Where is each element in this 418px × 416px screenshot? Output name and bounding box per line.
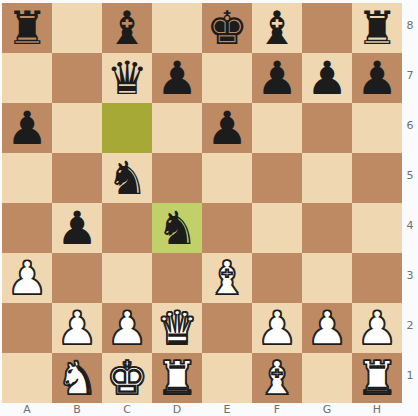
square-a3[interactable]: ♟ [2, 253, 52, 303]
black-pawn[interactable]: ♟ [352, 53, 402, 103]
square-b7[interactable] [52, 53, 102, 103]
white-queen[interactable]: ♛ [152, 303, 202, 353]
rank-label-5: 5 [402, 153, 418, 203]
square-b8[interactable] [52, 3, 102, 53]
square-b3[interactable] [52, 253, 102, 303]
white-bishop[interactable]: ♝ [202, 253, 252, 303]
rank-label-3: 3 [402, 253, 418, 303]
square-b2[interactable]: ♟ [52, 303, 102, 353]
chess-board: ♜♝♚♝♜♛♟♟♟♟♟♟♞♟♞♟♝♟♟♛♟♟♟♞♚♜♝♜ [2, 3, 402, 403]
square-b1[interactable]: ♞ [52, 353, 102, 403]
white-rook[interactable]: ♜ [352, 353, 402, 403]
square-c8[interactable]: ♝ [102, 3, 152, 53]
white-pawn[interactable]: ♟ [252, 303, 302, 353]
square-h1[interactable]: ♜ [352, 353, 402, 403]
square-g1[interactable] [302, 353, 352, 403]
square-e2[interactable] [202, 303, 252, 353]
black-pawn[interactable]: ♟ [302, 53, 352, 103]
file-label-b: B [52, 403, 102, 416]
white-bishop[interactable]: ♝ [252, 353, 302, 403]
square-d4[interactable]: ♞ [152, 203, 202, 253]
square-f5[interactable] [252, 153, 302, 203]
black-bishop[interactable]: ♝ [252, 3, 302, 53]
square-h8[interactable]: ♜ [352, 3, 402, 53]
square-a4[interactable] [2, 203, 52, 253]
square-d6[interactable] [152, 103, 202, 153]
white-pawn[interactable]: ♟ [352, 303, 402, 353]
square-g4[interactable] [302, 203, 352, 253]
rank-label-6: 6 [402, 103, 418, 153]
rank-label-7: 7 [402, 53, 418, 103]
square-e8[interactable]: ♚ [202, 3, 252, 53]
square-h5[interactable] [352, 153, 402, 203]
black-pawn[interactable]: ♟ [152, 53, 202, 103]
white-pawn[interactable]: ♟ [302, 303, 352, 353]
white-pawn[interactable]: ♟ [2, 253, 52, 303]
white-knight[interactable]: ♞ [52, 353, 102, 403]
black-bishop[interactable]: ♝ [102, 3, 152, 53]
square-a7[interactable] [2, 53, 52, 103]
square-h4[interactable] [352, 203, 402, 253]
square-d8[interactable] [152, 3, 202, 53]
square-f1[interactable]: ♝ [252, 353, 302, 403]
square-c4[interactable] [102, 203, 152, 253]
file-label-d: D [152, 403, 202, 416]
square-e5[interactable] [202, 153, 252, 203]
square-a8[interactable]: ♜ [2, 3, 52, 53]
square-c3[interactable] [102, 253, 152, 303]
square-b6[interactable] [52, 103, 102, 153]
square-d2[interactable]: ♛ [152, 303, 202, 353]
square-f2[interactable]: ♟ [252, 303, 302, 353]
square-g8[interactable] [302, 3, 352, 53]
black-knight[interactable]: ♞ [102, 153, 152, 203]
black-king[interactable]: ♚ [202, 3, 252, 53]
black-rook[interactable]: ♜ [352, 3, 402, 53]
rank-labels: 87654321 [402, 3, 418, 403]
square-d1[interactable]: ♜ [152, 353, 202, 403]
square-h3[interactable] [352, 253, 402, 303]
square-a5[interactable] [2, 153, 52, 203]
square-h2[interactable]: ♟ [352, 303, 402, 353]
black-knight[interactable]: ♞ [152, 203, 202, 253]
square-h7[interactable]: ♟ [352, 53, 402, 103]
rank-label-2: 2 [402, 303, 418, 353]
square-b5[interactable] [52, 153, 102, 203]
square-f6[interactable] [252, 103, 302, 153]
black-pawn[interactable]: ♟ [202, 103, 252, 153]
square-d7[interactable]: ♟ [152, 53, 202, 103]
file-label-g: G [302, 403, 352, 416]
square-c7[interactable]: ♛ [102, 53, 152, 103]
square-b4[interactable]: ♟ [52, 203, 102, 253]
black-pawn[interactable]: ♟ [252, 53, 302, 103]
square-e6[interactable]: ♟ [202, 103, 252, 153]
square-f4[interactable] [252, 203, 302, 253]
square-a1[interactable] [2, 353, 52, 403]
square-f7[interactable]: ♟ [252, 53, 302, 103]
file-label-c: C [102, 403, 152, 416]
white-rook[interactable]: ♜ [152, 353, 202, 403]
file-label-f: F [252, 403, 302, 416]
square-d3[interactable] [152, 253, 202, 303]
square-a6[interactable]: ♟ [2, 103, 52, 153]
rank-label-8: 8 [402, 3, 418, 53]
rank-label-4: 4 [402, 203, 418, 253]
black-rook[interactable]: ♜ [2, 3, 52, 53]
square-e1[interactable] [202, 353, 252, 403]
square-f8[interactable]: ♝ [252, 3, 302, 53]
square-c5[interactable]: ♞ [102, 153, 152, 203]
white-pawn[interactable]: ♟ [102, 303, 152, 353]
square-c2[interactable]: ♟ [102, 303, 152, 353]
square-e3[interactable]: ♝ [202, 253, 252, 303]
square-a2[interactable] [2, 303, 52, 353]
file-label-e: E [202, 403, 252, 416]
black-queen[interactable]: ♛ [102, 53, 152, 103]
square-d5[interactable] [152, 153, 202, 203]
square-g2[interactable]: ♟ [302, 303, 352, 353]
chess-board-widget: ♜♝♚♝♜♛♟♟♟♟♟♟♞♟♞♟♝♟♟♛♟♟♟♞♚♜♝♜ 87654321 AB… [0, 0, 418, 416]
square-e4[interactable] [202, 203, 252, 253]
square-g6[interactable] [302, 103, 352, 153]
square-g7[interactable]: ♟ [302, 53, 352, 103]
file-label-a: A [2, 403, 52, 416]
white-king[interactable]: ♚ [102, 353, 152, 403]
square-h6[interactable] [352, 103, 402, 153]
square-c6[interactable] [102, 103, 152, 153]
white-pawn[interactable]: ♟ [52, 303, 102, 353]
square-c1[interactable]: ♚ [102, 353, 152, 403]
file-label-h: H [352, 403, 402, 416]
rank-label-1: 1 [402, 353, 418, 403]
file-labels: ABCDEFGH [2, 403, 402, 416]
square-g5[interactable] [302, 153, 352, 203]
square-e7[interactable] [202, 53, 252, 103]
square-g3[interactable] [302, 253, 352, 303]
square-f3[interactable] [252, 253, 302, 303]
black-pawn[interactable]: ♟ [2, 103, 52, 153]
black-pawn[interactable]: ♟ [52, 203, 102, 253]
